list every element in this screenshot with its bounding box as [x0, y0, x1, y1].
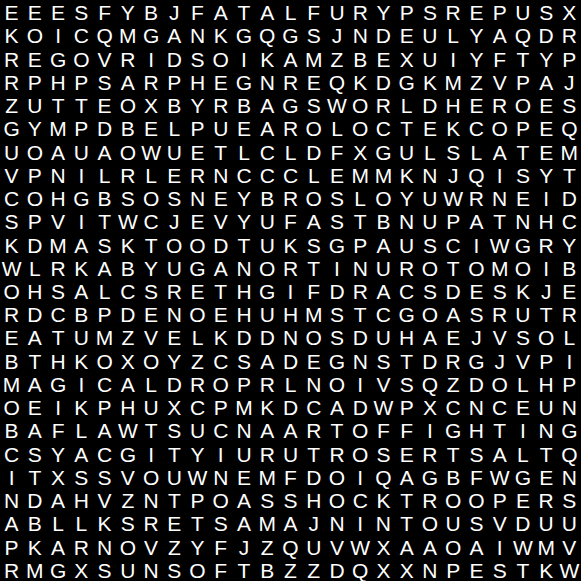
grid-cell[interactable]: A [23, 372, 46, 395]
grid-cell[interactable]: B [372, 209, 395, 232]
grid-cell[interactable]: A [442, 302, 465, 325]
grid-cell[interactable]: R [535, 488, 558, 511]
grid-cell[interactable]: T [70, 93, 93, 116]
grid-cell[interactable]: V [372, 372, 395, 395]
grid-cell[interactable]: O [488, 372, 511, 395]
grid-cell[interactable]: U [163, 465, 186, 488]
grid-cell[interactable]: A [256, 418, 279, 441]
grid-cell[interactable]: K [0, 232, 23, 255]
grid-cell[interactable]: N [372, 511, 395, 534]
grid-cell[interactable]: T [139, 232, 162, 255]
grid-cell[interactable]: R [256, 372, 279, 395]
grid-cell[interactable]: Q [558, 116, 581, 139]
grid-cell[interactable]: C [302, 395, 325, 418]
grid-cell[interactable]: S [325, 325, 348, 348]
grid-cell[interactable]: T [395, 488, 418, 511]
grid-cell[interactable]: P [23, 70, 46, 93]
grid-cell[interactable]: C [93, 372, 116, 395]
grid-cell[interactable]: D [23, 302, 46, 325]
grid-cell[interactable]: O [116, 93, 139, 116]
grid-cell[interactable]: H [23, 279, 46, 302]
grid-cell[interactable]: K [256, 395, 279, 418]
grid-cell[interactable]: S [511, 163, 534, 186]
grid-cell[interactable]: T [163, 442, 186, 465]
grid-cell[interactable]: S [535, 0, 558, 23]
grid-cell[interactable]: O [0, 395, 23, 418]
grid-cell[interactable]: A [418, 325, 441, 348]
grid-cell[interactable]: H [465, 418, 488, 441]
grid-cell[interactable]: D [511, 511, 534, 534]
grid-cell[interactable]: M [23, 558, 46, 581]
grid-cell[interactable]: O [93, 349, 116, 372]
grid-cell[interactable]: A [256, 116, 279, 139]
grid-cell[interactable]: F [302, 0, 325, 23]
grid-cell[interactable]: Z [116, 325, 139, 348]
grid-cell[interactable]: W [116, 209, 139, 232]
grid-cell[interactable]: U [535, 395, 558, 418]
grid-cell[interactable]: U [418, 209, 441, 232]
grid-cell[interactable]: Y [465, 46, 488, 69]
grid-cell[interactable]: I [349, 465, 372, 488]
grid-cell[interactable]: C [395, 279, 418, 302]
grid-cell[interactable]: Z [256, 535, 279, 558]
grid-cell[interactable]: Y [535, 163, 558, 186]
grid-cell[interactable]: N [558, 465, 581, 488]
grid-cell[interactable]: O [163, 232, 186, 255]
grid-cell[interactable]: T [46, 93, 69, 116]
grid-cell[interactable]: Q [349, 558, 372, 581]
grid-cell[interactable]: E [535, 139, 558, 162]
grid-cell[interactable]: U [395, 139, 418, 162]
grid-cell[interactable]: U [302, 535, 325, 558]
grid-cell[interactable]: O [139, 349, 162, 372]
grid-cell[interactable]: A [0, 511, 23, 534]
grid-cell[interactable]: J [488, 349, 511, 372]
grid-cell[interactable]: N [535, 418, 558, 441]
grid-cell[interactable]: A [488, 139, 511, 162]
grid-cell[interactable]: U [256, 232, 279, 255]
grid-cell[interactable]: K [535, 558, 558, 581]
grid-cell[interactable]: Q [418, 372, 441, 395]
grid-cell[interactable]: C [139, 209, 162, 232]
grid-cell[interactable]: O [535, 325, 558, 348]
grid-cell[interactable]: R [488, 302, 511, 325]
grid-cell[interactable]: M [116, 23, 139, 46]
grid-cell[interactable]: E [511, 395, 534, 418]
grid-cell[interactable]: A [372, 279, 395, 302]
grid-cell[interactable]: Y [186, 535, 209, 558]
grid-cell[interactable]: N [325, 511, 348, 534]
grid-cell[interactable]: O [23, 23, 46, 46]
grid-cell[interactable]: I [488, 535, 511, 558]
grid-cell[interactable]: R [139, 70, 162, 93]
grid-cell[interactable]: X [70, 558, 93, 581]
grid-cell[interactable]: U [232, 442, 255, 465]
grid-cell[interactable]: W [488, 232, 511, 255]
grid-cell[interactable]: R [302, 418, 325, 441]
grid-cell[interactable]: G [232, 70, 255, 93]
grid-cell[interactable]: L [93, 279, 116, 302]
grid-cell[interactable]: U [163, 139, 186, 162]
grid-cell[interactable]: R [349, 0, 372, 23]
grid-cell[interactable]: P [349, 232, 372, 255]
grid-cell[interactable]: D [279, 395, 302, 418]
grid-cell[interactable]: R [418, 442, 441, 465]
grid-cell[interactable]: J [163, 209, 186, 232]
grid-cell[interactable]: E [23, 395, 46, 418]
grid-cell[interactable]: O [186, 302, 209, 325]
grid-cell[interactable]: I [70, 372, 93, 395]
grid-cell[interactable]: B [256, 186, 279, 209]
grid-cell[interactable]: E [465, 93, 488, 116]
grid-cell[interactable]: R [139, 511, 162, 534]
grid-cell[interactable]: A [535, 70, 558, 93]
grid-cell[interactable]: X [46, 465, 69, 488]
grid-cell[interactable]: I [232, 46, 255, 69]
grid-cell[interactable]: U [511, 302, 534, 325]
grid-cell[interactable]: C [442, 232, 465, 255]
grid-cell[interactable]: V [139, 535, 162, 558]
grid-cell[interactable]: I [418, 418, 441, 441]
grid-cell[interactable]: S [488, 558, 511, 581]
grid-cell[interactable]: S [163, 558, 186, 581]
grid-cell[interactable]: U [395, 232, 418, 255]
grid-cell[interactable]: T [232, 232, 255, 255]
grid-cell[interactable]: L [232, 139, 255, 162]
grid-cell[interactable]: S [302, 232, 325, 255]
grid-cell[interactable]: X [558, 0, 581, 23]
grid-cell[interactable]: R [0, 46, 23, 69]
grid-cell[interactable]: H [232, 302, 255, 325]
grid-cell[interactable]: S [302, 93, 325, 116]
grid-cell[interactable]: H [70, 488, 93, 511]
grid-cell[interactable]: R [442, 349, 465, 372]
grid-cell[interactable]: B [0, 349, 23, 372]
grid-cell[interactable]: I [535, 256, 558, 279]
grid-cell[interactable]: G [116, 442, 139, 465]
grid-cell[interactable]: E [209, 70, 232, 93]
grid-cell[interactable]: H [232, 279, 255, 302]
grid-cell[interactable]: X [163, 395, 186, 418]
grid-cell[interactable]: J [163, 0, 186, 23]
grid-cell[interactable]: U [418, 23, 441, 46]
grid-cell[interactable]: D [442, 279, 465, 302]
grid-cell[interactable]: U [186, 418, 209, 441]
grid-cell[interactable]: Q [256, 23, 279, 46]
grid-cell[interactable]: P [23, 209, 46, 232]
grid-cell[interactable]: L [139, 163, 162, 186]
grid-cell[interactable]: M [488, 256, 511, 279]
grid-cell[interactable]: I [488, 163, 511, 186]
grid-cell[interactable]: T [535, 302, 558, 325]
grid-cell[interactable]: P [535, 349, 558, 372]
grid-cell[interactable]: S [93, 558, 116, 581]
grid-cell[interactable]: P [395, 0, 418, 23]
grid-cell[interactable]: V [209, 209, 232, 232]
grid-cell[interactable]: S [232, 349, 255, 372]
grid-cell[interactable]: Z [302, 558, 325, 581]
grid-cell[interactable]: S [465, 302, 488, 325]
grid-cell[interactable]: K [511, 279, 534, 302]
grid-cell[interactable]: T [302, 442, 325, 465]
grid-cell[interactable]: D [302, 139, 325, 162]
grid-cell[interactable]: B [116, 256, 139, 279]
grid-cell[interactable]: E [232, 465, 255, 488]
grid-cell[interactable]: G [511, 232, 534, 255]
grid-cell[interactable]: I [558, 349, 581, 372]
grid-cell[interactable]: H [116, 395, 139, 418]
grid-cell[interactable]: D [535, 23, 558, 46]
grid-cell[interactable]: G [395, 70, 418, 93]
grid-cell[interactable]: T [302, 256, 325, 279]
grid-cell[interactable]: C [93, 442, 116, 465]
grid-cell[interactable]: U [256, 302, 279, 325]
grid-cell[interactable]: T [163, 488, 186, 511]
grid-cell[interactable]: A [488, 23, 511, 46]
grid-cell[interactable]: W [372, 395, 395, 418]
grid-cell[interactable]: T [488, 418, 511, 441]
grid-cell[interactable]: E [46, 0, 69, 23]
grid-cell[interactable]: D [116, 302, 139, 325]
grid-cell[interactable]: A [488, 442, 511, 465]
grid-cell[interactable]: W [0, 256, 23, 279]
grid-cell[interactable]: P [209, 395, 232, 418]
grid-cell[interactable]: L [186, 325, 209, 348]
grid-cell[interactable]: R [163, 279, 186, 302]
grid-cell[interactable]: C [116, 279, 139, 302]
grid-cell[interactable]: S [372, 442, 395, 465]
grid-cell[interactable]: R [46, 256, 69, 279]
grid-cell[interactable]: I [46, 23, 69, 46]
grid-cell[interactable]: T [511, 558, 534, 581]
grid-cell[interactable]: R [325, 442, 348, 465]
grid-cell[interactable]: F [302, 279, 325, 302]
grid-cell[interactable]: A [116, 70, 139, 93]
grid-cell[interactable]: N [349, 349, 372, 372]
grid-cell[interactable]: Z [163, 535, 186, 558]
grid-cell[interactable]: U [0, 139, 23, 162]
grid-cell[interactable]: O [465, 256, 488, 279]
grid-cell[interactable]: W [558, 558, 581, 581]
grid-cell[interactable]: I [349, 372, 372, 395]
grid-cell[interactable]: A [325, 395, 348, 418]
grid-cell[interactable]: M [0, 372, 23, 395]
grid-cell[interactable]: T [186, 511, 209, 534]
grid-cell[interactable]: A [46, 488, 69, 511]
grid-cell[interactable]: H [442, 93, 465, 116]
grid-cell[interactable]: K [418, 70, 441, 93]
grid-cell[interactable]: A [279, 46, 302, 69]
grid-cell[interactable]: R [558, 23, 581, 46]
grid-cell[interactable]: U [418, 46, 441, 69]
grid-cell[interactable]: T [23, 465, 46, 488]
grid-cell[interactable]: E [209, 302, 232, 325]
grid-cell[interactable]: A [163, 23, 186, 46]
grid-cell[interactable]: K [256, 46, 279, 69]
grid-cell[interactable]: B [232, 93, 255, 116]
grid-cell[interactable]: N [418, 558, 441, 581]
grid-cell[interactable]: F [372, 418, 395, 441]
grid-cell[interactable]: I [442, 46, 465, 69]
grid-cell[interactable]: B [0, 418, 23, 441]
grid-cell[interactable]: M [372, 163, 395, 186]
grid-cell[interactable]: N [232, 256, 255, 279]
grid-cell[interactable]: K [70, 256, 93, 279]
grid-cell[interactable]: C [70, 23, 93, 46]
grid-cell[interactable]: B [139, 0, 162, 23]
grid-cell[interactable]: X [395, 558, 418, 581]
grid-cell[interactable]: M [93, 325, 116, 348]
grid-cell[interactable]: A [395, 535, 418, 558]
grid-cell[interactable]: R [535, 232, 558, 255]
grid-cell[interactable]: G [511, 465, 534, 488]
grid-cell[interactable]: I [279, 279, 302, 302]
grid-cell[interactable]: L [558, 325, 581, 348]
grid-cell[interactable]: D [23, 232, 46, 255]
grid-cell[interactable]: O [186, 232, 209, 255]
grid-cell[interactable]: K [0, 23, 23, 46]
grid-cell[interactable]: B [256, 558, 279, 581]
grid-cell[interactable]: E [465, 279, 488, 302]
grid-cell[interactable]: U [511, 0, 534, 23]
grid-cell[interactable]: A [256, 0, 279, 23]
grid-cell[interactable]: O [139, 186, 162, 209]
grid-cell[interactable]: P [442, 558, 465, 581]
grid-cell[interactable]: E [535, 465, 558, 488]
grid-cell[interactable]: S [186, 46, 209, 69]
grid-cell[interactable]: N [139, 488, 162, 511]
grid-cell[interactable]: M [256, 465, 279, 488]
grid-cell[interactable]: V [93, 46, 116, 69]
grid-cell[interactable]: W [186, 465, 209, 488]
grid-cell[interactable]: A [116, 372, 139, 395]
grid-cell[interactable]: H [46, 186, 69, 209]
grid-cell[interactable]: U [139, 395, 162, 418]
grid-cell[interactable]: K [70, 349, 93, 372]
grid-cell[interactable]: Y [139, 256, 162, 279]
grid-cell[interactable]: E [139, 116, 162, 139]
grid-cell[interactable]: O [302, 186, 325, 209]
grid-cell[interactable]: S [93, 465, 116, 488]
grid-cell[interactable]: K [209, 23, 232, 46]
grid-cell[interactable]: C [349, 488, 372, 511]
grid-cell[interactable]: L [23, 256, 46, 279]
grid-cell[interactable]: R [372, 93, 395, 116]
grid-cell[interactable]: X [139, 93, 162, 116]
grid-cell[interactable]: E [302, 349, 325, 372]
grid-cell[interactable]: L [70, 511, 93, 534]
grid-cell[interactable]: Y [372, 0, 395, 23]
grid-cell[interactable]: S [116, 511, 139, 534]
grid-cell[interactable]: T [488, 209, 511, 232]
grid-cell[interactable]: N [46, 163, 69, 186]
grid-cell[interactable]: D [418, 349, 441, 372]
grid-cell[interactable]: B [93, 186, 116, 209]
grid-cell[interactable]: O [209, 488, 232, 511]
grid-cell[interactable]: K [70, 395, 93, 418]
grid-cell[interactable]: U [325, 0, 348, 23]
grid-cell[interactable]: S [558, 93, 581, 116]
grid-cell[interactable]: E [418, 116, 441, 139]
grid-cell[interactable]: S [139, 279, 162, 302]
grid-cell[interactable]: D [209, 232, 232, 255]
grid-cell[interactable]: Z [465, 70, 488, 93]
grid-cell[interactable]: M [46, 232, 69, 255]
grid-cell[interactable]: A [302, 209, 325, 232]
grid-cell[interactable]: R [279, 256, 302, 279]
grid-cell[interactable]: B [558, 256, 581, 279]
grid-cell[interactable]: S [279, 488, 302, 511]
grid-cell[interactable]: W [116, 418, 139, 441]
grid-cell[interactable]: T [209, 139, 232, 162]
grid-cell[interactable]: O [465, 488, 488, 511]
grid-cell[interactable]: Z [186, 349, 209, 372]
grid-cell[interactable]: L [511, 442, 534, 465]
grid-cell[interactable]: R [395, 256, 418, 279]
grid-cell[interactable]: N [139, 558, 162, 581]
grid-cell[interactable]: N [93, 535, 116, 558]
grid-cell[interactable]: R [209, 93, 232, 116]
grid-cell[interactable]: O [302, 325, 325, 348]
grid-cell[interactable]: N [418, 163, 441, 186]
grid-cell[interactable]: O [23, 139, 46, 162]
grid-cell[interactable]: O [442, 488, 465, 511]
grid-cell[interactable]: S [558, 488, 581, 511]
grid-cell[interactable]: N [511, 209, 534, 232]
grid-cell[interactable]: U [442, 511, 465, 534]
grid-cell[interactable]: C [209, 349, 232, 372]
grid-cell[interactable]: J [442, 163, 465, 186]
grid-cell[interactable]: E [93, 93, 116, 116]
grid-cell[interactable]: L [139, 372, 162, 395]
grid-cell[interactable]: X [395, 46, 418, 69]
grid-cell[interactable]: S [93, 70, 116, 93]
grid-cell[interactable]: G [46, 558, 69, 581]
grid-cell[interactable]: T [209, 279, 232, 302]
grid-cell[interactable]: N [558, 395, 581, 418]
grid-cell[interactable]: R [256, 442, 279, 465]
grid-cell[interactable]: P [93, 395, 116, 418]
grid-cell[interactable]: A [465, 209, 488, 232]
grid-cell[interactable]: C [209, 418, 232, 441]
grid-cell[interactable]: V [488, 511, 511, 534]
grid-cell[interactable]: A [46, 535, 69, 558]
grid-cell[interactable]: S [418, 0, 441, 23]
grid-cell[interactable]: Y [558, 232, 581, 255]
grid-cell[interactable]: L [465, 139, 488, 162]
grid-cell[interactable]: U [418, 186, 441, 209]
grid-cell[interactable]: P [558, 372, 581, 395]
grid-cell[interactable]: S [511, 325, 534, 348]
grid-cell[interactable]: Y [395, 186, 418, 209]
grid-cell[interactable]: W [488, 465, 511, 488]
grid-cell[interactable]: Y [186, 93, 209, 116]
grid-cell[interactable]: K [395, 163, 418, 186]
grid-cell[interactable]: C [0, 186, 23, 209]
grid-cell[interactable]: I [139, 442, 162, 465]
grid-cell[interactable]: L [418, 139, 441, 162]
grid-cell[interactable]: U [163, 256, 186, 279]
grid-cell[interactable]: Z [442, 372, 465, 395]
grid-cell[interactable]: D [372, 23, 395, 46]
grid-cell[interactable]: Q [279, 535, 302, 558]
grid-cell[interactable]: N [186, 23, 209, 46]
grid-cell[interactable]: O [325, 372, 348, 395]
grid-cell[interactable]: A [465, 535, 488, 558]
grid-cell[interactable]: G [395, 302, 418, 325]
grid-cell[interactable]: T [558, 163, 581, 186]
grid-cell[interactable]: G [256, 279, 279, 302]
